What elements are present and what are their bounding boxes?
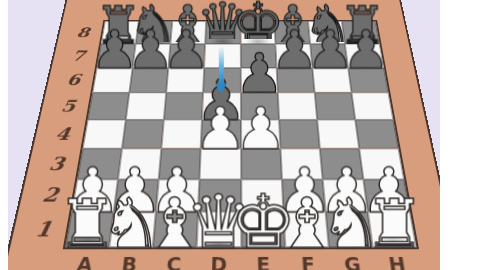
square-b3 [118,148,161,179]
file-labels: ABCDEFGH [58,254,423,270]
square-g3 [319,148,363,179]
square-b2: ♟ [113,179,158,212]
square-g1: ♞ [325,212,372,247]
square-d2 [198,179,240,212]
piece-shadow [70,236,104,250]
piece-shadow [114,236,148,250]
square-a1: ♜ [65,212,113,247]
file-label-b: B [104,254,152,270]
square-d1: ♛ [196,212,240,247]
square-h8: ♜ [341,21,379,43]
piece-shadow [245,140,274,151]
square-c8: ♝ [170,21,206,43]
rank-label-3: 3 [25,148,76,179]
square-c2: ♟ [156,179,200,212]
square-a5 [87,93,129,120]
square-d8: ♛ [205,21,240,43]
square-e5 [240,93,278,120]
rank-label-2: 2 [18,179,71,212]
square-g7: ♟ [309,44,347,68]
file-label-e: E [240,254,286,270]
file-label-g: G [329,254,377,270]
square-h1: ♜ [367,212,416,247]
square-b8: ♞ [135,21,172,43]
square-g4 [316,120,358,149]
rank-label-7: 7 [51,44,95,68]
screenshot-canvas: 87654321 ABCDEFGH ♜♞♝♛♚♝♞♜♟♟♟♟♟♟♟♟♟♟♟♟♟♟… [0,0,480,270]
square-a2: ♟ [71,179,118,212]
piece-shadow [376,236,410,250]
file-label-c: C [149,254,196,270]
board-frame: 87654321 ABCDEFGH ♜♞♝♛♚♝♞♜♟♟♟♟♟♟♟♟♟♟♟♟♟♟… [0,0,472,270]
square-f6 [276,68,314,93]
piece-shadow [161,202,193,215]
square-d6 [203,68,240,93]
piece-shadow [288,202,320,215]
square-h7: ♟ [344,44,383,68]
piece-black-pawn-d5: ♟ [196,73,246,129]
piece-shadow [158,236,191,250]
file-label-d: D [195,254,241,270]
piece-shadow [329,202,361,215]
piece-shadow [289,236,322,250]
square-g8: ♞ [307,21,344,43]
rank-label-1: 1 [10,212,65,247]
arrow-head [215,84,227,94]
square-a8: ♜ [101,21,139,43]
square-e6: ♟ [240,68,277,93]
square-e8: ♚ [240,21,275,43]
square-f2: ♟ [281,179,325,212]
square-b7: ♟ [132,44,170,68]
piece-shadow [245,85,272,95]
square-d3 [199,148,240,179]
square-e1: ♚ [240,212,284,247]
square-c5 [164,93,203,120]
right-page-edge [440,0,480,270]
square-f8: ♝ [274,21,310,43]
square-h4 [355,120,398,149]
rank-label-4: 4 [32,120,81,149]
square-c6 [166,68,204,93]
square-e2 [240,179,282,212]
square-a7: ♟ [96,44,135,68]
square-a3 [77,148,122,179]
rank-label-6: 6 [45,68,90,93]
square-e3 [240,148,281,179]
square-b5 [125,93,166,120]
square-f5 [277,93,316,120]
piece-white-pawn-d4: ♟ [194,100,246,158]
piece-white-pawn-e4: ♟ [234,100,286,158]
square-h2: ♟ [363,179,410,212]
square-g5 [314,93,355,120]
square-f3 [280,148,322,179]
board-scene: 87654321 ABCDEFGH ♜♞♝♛♚♝♞♜♟♟♟♟♟♟♟♟♟♟♟♟♟♟… [38,0,427,270]
file-label-f: F [284,254,331,270]
piece-shadow [333,236,367,250]
rank-label-8: 8 [57,21,99,43]
piece-shadow [206,140,235,151]
square-a6 [92,68,132,93]
square-c7: ♟ [168,44,205,68]
left-page-edge [0,0,8,270]
piece-shadow [76,202,109,215]
square-e7 [240,44,276,68]
square-f1: ♝ [283,212,329,247]
square-h3 [358,148,403,179]
square-c1: ♝ [153,212,198,247]
piece-shadow [202,236,234,250]
square-c4 [161,120,202,149]
square-e4: ♟ [240,120,280,149]
piece-white-rook-h1: ♜ [364,191,424,258]
square-b4 [122,120,164,149]
square-c3 [158,148,200,179]
file-label-a: A [58,254,108,270]
square-h5 [351,93,393,120]
square-g6 [312,68,351,93]
square-b6 [129,68,168,93]
chess-board: ♜♞♝♛♚♝♞♜♟♟♟♟♟♟♟♟♟♟♟♟♟♟♟♟♜♞♝♛♚♝♞♜ [65,21,416,247]
piece-shadow [246,236,278,250]
square-b1: ♞ [109,212,156,247]
square-g2: ♟ [322,179,367,212]
square-f4 [278,120,319,149]
square-a4 [82,120,125,149]
piece-shadow [371,202,404,215]
square-d7 [204,44,240,68]
square-h6 [348,68,388,93]
square-f7: ♟ [275,44,312,68]
square-d4: ♟ [201,120,240,149]
square-d5: ♟ [202,93,240,120]
piece-shadow [119,202,151,215]
file-label-h: H [373,254,423,270]
rank-label-5: 5 [39,93,86,120]
